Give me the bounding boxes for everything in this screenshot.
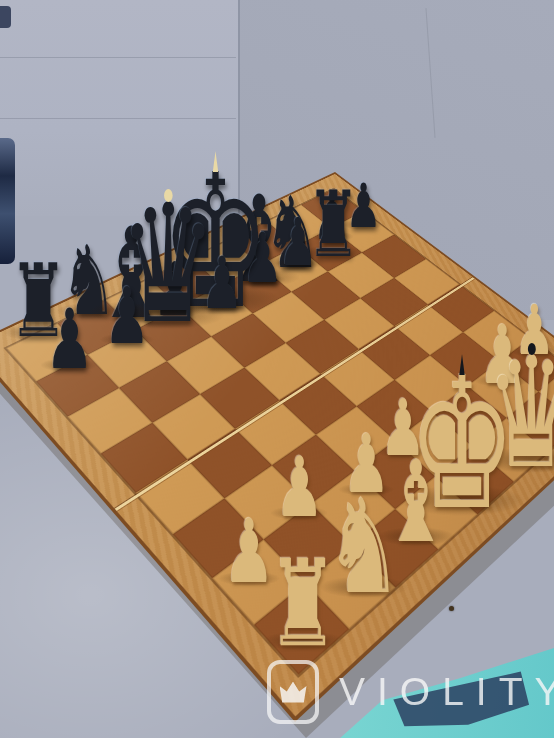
- piece-shadow: [88, 301, 174, 322]
- white-pawn-c2: ♟: [220, 508, 278, 596]
- queen-finial: [164, 189, 173, 202]
- black-pawn-a7: ♟: [42, 298, 97, 381]
- piece-shadow: [218, 571, 279, 586]
- piece-shadow: [270, 506, 328, 520]
- piece-shadow: [399, 485, 525, 516]
- white-pawn-h4: ♟: [511, 296, 554, 365]
- piece-shadow: [40, 358, 98, 372]
- black-pawn-b7: ♟: [101, 277, 152, 355]
- piece-shadow: [510, 346, 554, 358]
- piece-shadow: [474, 374, 530, 388]
- piece-shadow: [338, 483, 394, 497]
- piece-shadow: [111, 301, 224, 329]
- king-finial: [211, 151, 218, 172]
- piece-shadow: [197, 300, 247, 312]
- white-bishop-f1: ♝: [379, 446, 453, 558]
- white-knight-e1: ♞: [321, 482, 407, 612]
- white-pawn-f3: ♟: [377, 389, 428, 467]
- black-pawn-f7: ♟: [276, 210, 320, 276]
- white-pawn-d3: ♟: [272, 446, 327, 529]
- queen-finial: [527, 343, 535, 355]
- watermark-crown-badge: [267, 660, 319, 724]
- black-king-e8: ♚: [154, 150, 276, 335]
- piece-shadow: [151, 284, 279, 315]
- white-pawn-e3: ♟: [339, 424, 392, 505]
- piece-shadow: [275, 258, 321, 269]
- king-finial: [458, 354, 465, 375]
- crown-icon: [280, 682, 307, 703]
- piece-shadow: [342, 219, 384, 229]
- pieces-layer: ♜♞♝♛♚♝♞♜♟♟♟♟♟♟♟♟♜♞♝♚♛♟♟♟♟♟♟: [0, 0, 554, 738]
- black-pawn-g7: ♟: [311, 185, 353, 249]
- piece-shadow: [149, 305, 200, 318]
- white-rook-d1: ♜: [263, 544, 342, 664]
- piece-shadow: [56, 303, 123, 319]
- piece-shadow: [302, 245, 365, 260]
- black-knight-g8: ♞: [259, 183, 324, 282]
- piece-shadow: [262, 631, 345, 651]
- black-pawn-c7: ♟: [151, 252, 200, 326]
- piece-shadow: [376, 445, 430, 458]
- black-pawn-e7: ♟: [239, 224, 285, 293]
- white-pawn-g4: ♟: [475, 315, 528, 396]
- black-knight-b8: ♞: [57, 233, 120, 329]
- white-queen-h1: ♛: [481, 337, 554, 490]
- white-king-g1: ♚: [402, 353, 522, 535]
- photo-scene: ♜♞♝♛♚♝♞♜♟♟♟♟♟♟♟♟♜♞♝♚♛♟♟♟♟♟♟ VIOLITY: [0, 0, 554, 738]
- black-pawn-h7: ♟: [343, 175, 383, 236]
- black-bishop-c8: ♝: [90, 211, 173, 336]
- black-rook-a8: ♜: [5, 251, 72, 352]
- piece-shadow: [310, 231, 354, 242]
- piece-shadow: [319, 576, 409, 598]
- piece-shadow: [3, 324, 73, 341]
- black-bishop-f8: ♝: [219, 180, 298, 300]
- black-queen-d8: ♛: [114, 183, 222, 347]
- piece-shadow: [258, 254, 326, 271]
- piece-shadow: [100, 333, 154, 346]
- black-pawn-d7: ♟: [198, 247, 246, 319]
- piece-shadow: [377, 527, 454, 546]
- watermark-text: VIOLITY: [339, 670, 554, 714]
- piece-shadow: [218, 267, 301, 287]
- violity-watermark: VIOLITY: [267, 660, 554, 724]
- piece-shadow: [238, 274, 286, 286]
- piece-shadow: [478, 447, 554, 473]
- black-rook-h8: ♜: [303, 179, 363, 270]
